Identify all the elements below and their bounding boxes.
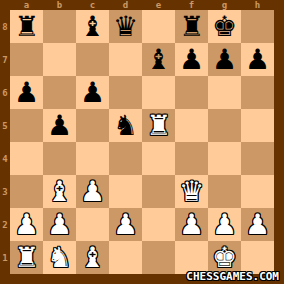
square-b3: ♝ (43, 175, 76, 208)
square-g7: ♟ (208, 43, 241, 76)
file-label-d: d (109, 0, 142, 10)
square-a6: ♟ (10, 76, 43, 109)
file-label-e: e (142, 0, 175, 10)
square-e5: ♜ (142, 109, 175, 142)
rank-label-8: 8 (0, 10, 10, 43)
square-c8: ♝ (76, 10, 109, 43)
square-h7: ♟ (241, 43, 274, 76)
square-a3 (10, 175, 43, 208)
white-rook-e5: ♜ (146, 109, 171, 142)
white-pawn-a2: ♟ (14, 208, 39, 241)
rank-label-5: 5 (0, 109, 10, 142)
square-g3 (208, 175, 241, 208)
square-f5 (175, 109, 208, 142)
rank-label-3: 3 (0, 175, 10, 208)
square-a1: ♜ (10, 241, 43, 274)
black-pawn-c6: ♟ (80, 76, 105, 109)
square-e1 (142, 241, 175, 274)
square-e8 (142, 10, 175, 43)
black-rook-f8: ♜ (179, 10, 204, 43)
rank-label-1: 1 (0, 241, 10, 274)
rank-label-4: 4 (0, 142, 10, 175)
file-label-f: f (175, 0, 208, 10)
square-a7 (10, 43, 43, 76)
white-pawn-f2: ♟ (179, 208, 204, 241)
square-a8: ♜ (10, 10, 43, 43)
square-f3: ♛ (175, 175, 208, 208)
square-e4 (142, 142, 175, 175)
square-c6: ♟ (76, 76, 109, 109)
black-rook-a8: ♜ (14, 10, 39, 43)
square-h6 (241, 76, 274, 109)
square-b1: ♞ (43, 241, 76, 274)
square-d4 (109, 142, 142, 175)
white-pawn-c3: ♟ (80, 175, 105, 208)
square-a2: ♟ (10, 208, 43, 241)
white-bishop-b3: ♝ (47, 175, 72, 208)
black-pawn-h7: ♟ (245, 43, 270, 76)
black-pawn-b5: ♟ (47, 109, 72, 142)
chess-diagram: abcdefgh 87654321 ♜♝♛♜♚♝♟♟♟♟♟♟♞♜♝♟♛♟♟♟♟♟… (0, 0, 284, 284)
square-b4 (43, 142, 76, 175)
square-d7 (109, 43, 142, 76)
black-pawn-f7: ♟ (179, 43, 204, 76)
square-d1 (109, 241, 142, 274)
square-f6 (175, 76, 208, 109)
white-rook-a1: ♜ (14, 241, 39, 274)
white-pawn-g2: ♟ (212, 208, 237, 241)
black-bishop-c8: ♝ (80, 10, 105, 43)
file-label-h: h (241, 0, 274, 10)
square-g2: ♟ (208, 208, 241, 241)
square-h4 (241, 142, 274, 175)
file-label-c: c (76, 0, 109, 10)
board: ♜♝♛♜♚♝♟♟♟♟♟♟♞♜♝♟♛♟♟♟♟♟♟♜♞♝♚ (10, 10, 274, 274)
square-d8: ♛ (109, 10, 142, 43)
white-knight-b1: ♞ (47, 241, 72, 274)
white-pawn-b2: ♟ (47, 208, 72, 241)
square-f7: ♟ (175, 43, 208, 76)
square-f2: ♟ (175, 208, 208, 241)
square-g6 (208, 76, 241, 109)
square-b5: ♟ (43, 109, 76, 142)
square-g5 (208, 109, 241, 142)
square-c2 (76, 208, 109, 241)
square-g8: ♚ (208, 10, 241, 43)
black-bishop-e7: ♝ (146, 43, 171, 76)
square-f8: ♜ (175, 10, 208, 43)
square-a4 (10, 142, 43, 175)
square-a5 (10, 109, 43, 142)
square-e3 (142, 175, 175, 208)
file-labels: abcdefgh (10, 0, 274, 10)
black-pawn-g7: ♟ (212, 43, 237, 76)
square-h2: ♟ (241, 208, 274, 241)
square-e2 (142, 208, 175, 241)
square-b7 (43, 43, 76, 76)
square-h3 (241, 175, 274, 208)
square-e7: ♝ (142, 43, 175, 76)
black-king-g8: ♚ (212, 10, 237, 43)
rank-label-2: 2 (0, 208, 10, 241)
square-b6 (43, 76, 76, 109)
white-pawn-d2: ♟ (113, 208, 138, 241)
square-c5 (76, 109, 109, 142)
rank-labels: 87654321 (0, 10, 10, 274)
square-c4 (76, 142, 109, 175)
square-e6 (142, 76, 175, 109)
white-bishop-c1: ♝ (80, 241, 105, 274)
square-c3: ♟ (76, 175, 109, 208)
black-pawn-a6: ♟ (14, 76, 39, 109)
rank-label-6: 6 (0, 76, 10, 109)
chessgames-watermark: CHESSGAMES.COM (186, 270, 279, 283)
square-d5: ♞ (109, 109, 142, 142)
square-h5 (241, 109, 274, 142)
square-d6 (109, 76, 142, 109)
file-label-a: a (10, 0, 43, 10)
white-queen-f3: ♛ (179, 175, 204, 208)
file-label-b: b (43, 0, 76, 10)
square-b2: ♟ (43, 208, 76, 241)
white-pawn-h2: ♟ (245, 208, 270, 241)
square-f4 (175, 142, 208, 175)
rank-label-7: 7 (0, 43, 10, 76)
square-b8 (43, 10, 76, 43)
black-knight-d5: ♞ (113, 109, 138, 142)
square-d3 (109, 175, 142, 208)
square-g4 (208, 142, 241, 175)
square-c1: ♝ (76, 241, 109, 274)
square-d2: ♟ (109, 208, 142, 241)
black-queen-d8: ♛ (113, 10, 138, 43)
file-label-g: g (208, 0, 241, 10)
square-h8 (241, 10, 274, 43)
square-c7 (76, 43, 109, 76)
